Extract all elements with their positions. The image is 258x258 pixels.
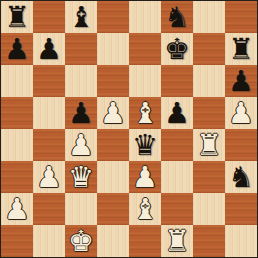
square-a8[interactable]: ♜ <box>1 1 33 33</box>
square-d1[interactable] <box>97 225 129 257</box>
square-f7[interactable]: ♚ <box>161 33 193 65</box>
piece-black-knight[interactable]: ♞ <box>228 161 254 193</box>
piece-black-pawn[interactable]: ♟ <box>68 97 94 129</box>
square-a7[interactable]: ♟ <box>1 33 33 65</box>
square-e4[interactable]: ♛ <box>129 129 161 161</box>
square-f3[interactable] <box>161 161 193 193</box>
chess-board: ♜♝♞♟♟♚♜♟♟♟♝♟♟♟♛♜♟♛♟♞♟♝♚♜ <box>1 1 257 257</box>
piece-black-queen[interactable]: ♛ <box>132 129 158 161</box>
square-b7[interactable]: ♟ <box>33 33 65 65</box>
square-b3[interactable]: ♟ <box>33 161 65 193</box>
square-d8[interactable] <box>97 1 129 33</box>
piece-black-pawn[interactable]: ♟ <box>4 33 30 65</box>
square-h3[interactable]: ♞ <box>225 161 257 193</box>
chess-board-frame: ♜♝♞♟♟♚♜♟♟♟♝♟♟♟♛♜♟♛♟♞♟♝♚♜ <box>0 0 258 258</box>
square-a1[interactable] <box>1 225 33 257</box>
square-h7[interactable]: ♜ <box>225 33 257 65</box>
square-a2[interactable]: ♟ <box>1 193 33 225</box>
piece-black-pawn[interactable]: ♟ <box>228 65 254 97</box>
square-f2[interactable] <box>161 193 193 225</box>
square-d4[interactable] <box>97 129 129 161</box>
piece-black-king[interactable]: ♚ <box>164 33 190 65</box>
piece-white-queen[interactable]: ♛ <box>68 161 94 193</box>
square-d6[interactable] <box>97 65 129 97</box>
piece-black-pawn[interactable]: ♟ <box>36 33 62 65</box>
square-c1[interactable]: ♚ <box>65 225 97 257</box>
piece-black-rook[interactable]: ♜ <box>228 33 254 65</box>
square-d7[interactable] <box>97 33 129 65</box>
piece-white-bishop[interactable]: ♝ <box>132 193 158 225</box>
piece-black-bishop[interactable]: ♝ <box>68 1 94 33</box>
square-g6[interactable] <box>193 65 225 97</box>
square-g1[interactable] <box>193 225 225 257</box>
square-g3[interactable] <box>193 161 225 193</box>
piece-white-pawn[interactable]: ♟ <box>100 97 126 129</box>
square-c6[interactable] <box>65 65 97 97</box>
square-c4[interactable]: ♟ <box>65 129 97 161</box>
square-f8[interactable]: ♞ <box>161 1 193 33</box>
square-h4[interactable] <box>225 129 257 161</box>
square-h5[interactable]: ♟ <box>225 97 257 129</box>
square-g5[interactable] <box>193 97 225 129</box>
square-b8[interactable] <box>33 1 65 33</box>
square-c2[interactable] <box>65 193 97 225</box>
square-a4[interactable] <box>1 129 33 161</box>
square-h1[interactable] <box>225 225 257 257</box>
square-b4[interactable] <box>33 129 65 161</box>
piece-white-rook[interactable]: ♜ <box>164 225 190 257</box>
square-b6[interactable] <box>33 65 65 97</box>
square-c5[interactable]: ♟ <box>65 97 97 129</box>
square-g2[interactable] <box>193 193 225 225</box>
piece-white-pawn[interactable]: ♟ <box>68 129 94 161</box>
piece-white-pawn[interactable]: ♟ <box>132 161 158 193</box>
square-a6[interactable] <box>1 65 33 97</box>
square-g7[interactable] <box>193 33 225 65</box>
square-e1[interactable] <box>129 225 161 257</box>
square-e6[interactable] <box>129 65 161 97</box>
square-b1[interactable] <box>33 225 65 257</box>
square-f5[interactable]: ♟ <box>161 97 193 129</box>
piece-black-rook[interactable]: ♜ <box>4 1 30 33</box>
square-c7[interactable] <box>65 33 97 65</box>
square-h8[interactable] <box>225 1 257 33</box>
square-h6[interactable]: ♟ <box>225 65 257 97</box>
square-g4[interactable]: ♜ <box>193 129 225 161</box>
piece-white-king[interactable]: ♚ <box>68 225 94 257</box>
piece-white-pawn[interactable]: ♟ <box>4 193 30 225</box>
square-f6[interactable] <box>161 65 193 97</box>
square-c3[interactable]: ♛ <box>65 161 97 193</box>
piece-black-pawn[interactable]: ♟ <box>164 97 190 129</box>
square-c8[interactable]: ♝ <box>65 1 97 33</box>
square-d2[interactable] <box>97 193 129 225</box>
square-a5[interactable] <box>1 97 33 129</box>
square-f1[interactable]: ♜ <box>161 225 193 257</box>
piece-white-pawn[interactable]: ♟ <box>228 97 254 129</box>
square-b2[interactable] <box>33 193 65 225</box>
square-h2[interactable] <box>225 193 257 225</box>
square-d3[interactable] <box>97 161 129 193</box>
piece-black-knight[interactable]: ♞ <box>164 1 190 33</box>
square-e7[interactable] <box>129 33 161 65</box>
square-b5[interactable] <box>33 97 65 129</box>
square-e3[interactable]: ♟ <box>129 161 161 193</box>
square-d5[interactable]: ♟ <box>97 97 129 129</box>
square-a3[interactable] <box>1 161 33 193</box>
piece-white-rook[interactable]: ♜ <box>196 129 222 161</box>
square-f4[interactable] <box>161 129 193 161</box>
square-e5[interactable]: ♝ <box>129 97 161 129</box>
square-g8[interactable] <box>193 1 225 33</box>
piece-white-bishop[interactable]: ♝ <box>132 97 158 129</box>
square-e8[interactable] <box>129 1 161 33</box>
square-e2[interactable]: ♝ <box>129 193 161 225</box>
piece-white-pawn[interactable]: ♟ <box>36 161 62 193</box>
